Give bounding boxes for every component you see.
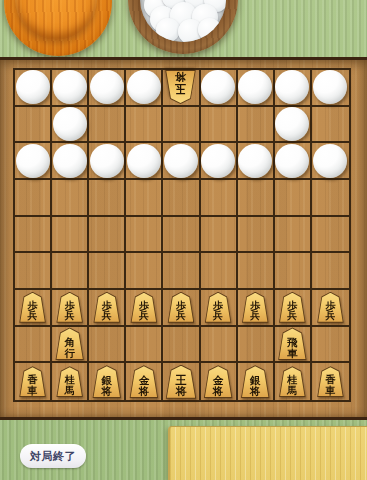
board-cell[interactable] bbox=[89, 180, 126, 217]
white-stone[interactable] bbox=[53, 144, 87, 178]
board-cell[interactable] bbox=[126, 70, 163, 107]
go-stone-icon bbox=[156, 18, 180, 42]
koma-gote-king[interactable]: 玉将 bbox=[165, 70, 196, 104]
koma-pawn[interactable]: 歩兵 bbox=[56, 292, 83, 323]
board-cell[interactable] bbox=[238, 143, 275, 180]
koma-gold-general[interactable]: 金将 bbox=[129, 365, 158, 398]
board-cell[interactable] bbox=[275, 253, 312, 290]
board-cell[interactable] bbox=[163, 327, 200, 364]
board-cell[interactable] bbox=[201, 143, 238, 180]
board-cell[interactable]: 香車 bbox=[15, 363, 52, 400]
go-stone-icon bbox=[198, 18, 221, 41]
board-cell[interactable]: 歩兵 bbox=[312, 290, 349, 327]
board-cell[interactable] bbox=[312, 217, 349, 254]
stone-bowl-contents bbox=[140, 0, 226, 42]
board-cell[interactable] bbox=[126, 253, 163, 290]
board-cell[interactable]: 歩兵 bbox=[201, 290, 238, 327]
white-stone[interactable] bbox=[164, 144, 198, 178]
board-cell[interactable] bbox=[15, 70, 52, 107]
koma-pawn[interactable]: 歩兵 bbox=[242, 292, 269, 323]
board-cell[interactable]: 玉将 bbox=[163, 70, 200, 107]
board-cell[interactable]: 歩兵 bbox=[15, 290, 52, 327]
board-cell[interactable] bbox=[126, 143, 163, 180]
board-cell[interactable] bbox=[126, 217, 163, 254]
board-cell[interactable] bbox=[15, 143, 52, 180]
koma-rook[interactable]: 飛車 bbox=[278, 327, 307, 360]
board-cell[interactable]: 金将 bbox=[126, 363, 163, 400]
board-cell[interactable] bbox=[52, 70, 89, 107]
board-cell[interactable]: 歩兵 bbox=[238, 290, 275, 327]
koma-pawn[interactable]: 歩兵 bbox=[19, 292, 46, 323]
board-cell[interactable] bbox=[89, 143, 126, 180]
board-cell[interactable] bbox=[238, 70, 275, 107]
board-cell[interactable] bbox=[238, 217, 275, 254]
white-stone[interactable] bbox=[313, 70, 347, 104]
koma-king[interactable]: 王将 bbox=[165, 365, 196, 399]
board-cell[interactable] bbox=[126, 327, 163, 364]
board-cell[interactable] bbox=[89, 70, 126, 107]
board-cell[interactable] bbox=[312, 253, 349, 290]
board-cell[interactable] bbox=[238, 327, 275, 364]
board-cell[interactable]: 歩兵 bbox=[126, 290, 163, 327]
board-cell[interactable] bbox=[275, 180, 312, 217]
koma-pawn[interactable]: 歩兵 bbox=[130, 292, 157, 323]
white-stone[interactable] bbox=[201, 144, 235, 178]
board-cell[interactable] bbox=[312, 70, 349, 107]
board-cell[interactable] bbox=[89, 217, 126, 254]
board-cell[interactable] bbox=[163, 143, 200, 180]
board-cell[interactable] bbox=[201, 253, 238, 290]
board-cell[interactable] bbox=[312, 180, 349, 217]
board-cell[interactable]: 歩兵 bbox=[163, 290, 200, 327]
board-cell[interactable]: 金将 bbox=[201, 363, 238, 400]
board-cell[interactable] bbox=[15, 217, 52, 254]
koma-knight[interactable]: 桂馬 bbox=[56, 366, 83, 397]
board-cell[interactable] bbox=[15, 253, 52, 290]
white-stone[interactable] bbox=[275, 107, 309, 141]
white-stone[interactable] bbox=[90, 70, 124, 104]
board-cell[interactable] bbox=[52, 253, 89, 290]
board-cell[interactable]: 王将 bbox=[163, 363, 200, 400]
white-stone[interactable] bbox=[16, 144, 50, 178]
white-stone[interactable] bbox=[90, 144, 124, 178]
board-cell[interactable]: 桂馬 bbox=[275, 363, 312, 400]
koma-silver-general[interactable]: 銀将 bbox=[92, 365, 121, 398]
koma-lance[interactable]: 香車 bbox=[19, 366, 46, 397]
koma-bishop[interactable]: 角行 bbox=[55, 327, 84, 360]
board-cell[interactable] bbox=[275, 70, 312, 107]
board-cell[interactable]: 角行 bbox=[52, 327, 89, 364]
board-cell[interactable]: 歩兵 bbox=[89, 290, 126, 327]
board-cell[interactable]: 銀将 bbox=[89, 363, 126, 400]
board-cell[interactable] bbox=[15, 107, 52, 144]
board-cell[interactable] bbox=[201, 70, 238, 107]
board-cell[interactable] bbox=[163, 217, 200, 254]
board-cell[interactable] bbox=[89, 253, 126, 290]
board-cell[interactable] bbox=[163, 180, 200, 217]
board-cell[interactable]: 桂馬 bbox=[52, 363, 89, 400]
board-cell[interactable] bbox=[52, 143, 89, 180]
board-cell[interactable] bbox=[275, 107, 312, 144]
white-stone[interactable] bbox=[313, 144, 347, 178]
white-stone[interactable] bbox=[53, 70, 87, 104]
koma-pawn[interactable]: 歩兵 bbox=[205, 292, 232, 323]
board-cell[interactable]: 香車 bbox=[312, 363, 349, 400]
board-cell[interactable] bbox=[52, 180, 89, 217]
stone-bowl-icon bbox=[128, 0, 238, 54]
koma-pawn[interactable]: 歩兵 bbox=[279, 292, 306, 323]
board-cell[interactable] bbox=[201, 217, 238, 254]
board-cell[interactable]: 飛車 bbox=[275, 327, 312, 364]
piece-bowl-lid-icon bbox=[4, 0, 112, 56]
board-cell[interactable] bbox=[201, 180, 238, 217]
koma-knight[interactable]: 桂馬 bbox=[279, 366, 306, 397]
board-cell[interactable] bbox=[89, 107, 126, 144]
board-cell[interactable] bbox=[238, 253, 275, 290]
board-cell[interactable]: 歩兵 bbox=[52, 290, 89, 327]
koma-pawn[interactable]: 歩兵 bbox=[167, 292, 194, 323]
board-cell[interactable] bbox=[126, 180, 163, 217]
board-cell[interactable] bbox=[275, 217, 312, 254]
white-stone[interactable] bbox=[275, 144, 309, 178]
white-stone[interactable] bbox=[16, 70, 50, 104]
koma-gold-general[interactable]: 金将 bbox=[204, 365, 233, 398]
end-game-button[interactable]: 対局終了 bbox=[20, 444, 86, 468]
board-cell[interactable] bbox=[126, 107, 163, 144]
board-cell[interactable] bbox=[312, 143, 349, 180]
board-cell[interactable] bbox=[52, 107, 89, 144]
koma-lance[interactable]: 香車 bbox=[317, 366, 344, 397]
koma-pawn[interactable]: 歩兵 bbox=[93, 292, 120, 323]
board-cell[interactable]: 銀将 bbox=[238, 363, 275, 400]
white-stone[interactable] bbox=[53, 107, 87, 141]
shogi-board: 玉将歩兵歩兵歩兵歩兵歩兵歩兵歩兵歩兵歩兵角行飛車香車桂馬銀将金将王将金将銀将桂馬… bbox=[0, 57, 367, 420]
board-cell[interactable] bbox=[163, 253, 200, 290]
board-cell[interactable] bbox=[238, 180, 275, 217]
shogi-grid: 玉将歩兵歩兵歩兵歩兵歩兵歩兵歩兵歩兵歩兵角行飛車香車桂馬銀将金将王将金将銀将桂馬… bbox=[13, 68, 351, 402]
koma-pawn[interactable]: 歩兵 bbox=[317, 292, 344, 323]
white-stone[interactable] bbox=[238, 144, 272, 178]
board-cell[interactable] bbox=[201, 327, 238, 364]
board-cell[interactable] bbox=[201, 107, 238, 144]
white-stone[interactable] bbox=[201, 70, 235, 104]
board-cell[interactable] bbox=[163, 107, 200, 144]
koma-silver-general[interactable]: 銀将 bbox=[241, 365, 270, 398]
white-stone[interactable] bbox=[127, 70, 161, 104]
board-cell[interactable] bbox=[312, 107, 349, 144]
shogi-app-screen: 玉将歩兵歩兵歩兵歩兵歩兵歩兵歩兵歩兵歩兵角行飛車香車桂馬銀将金将王将金将銀将桂馬… bbox=[0, 0, 367, 480]
white-stone[interactable] bbox=[275, 70, 309, 104]
board-cell[interactable] bbox=[52, 217, 89, 254]
board-cell[interactable] bbox=[312, 327, 349, 364]
captured-pieces-tray[interactable] bbox=[168, 426, 367, 480]
board-cell[interactable]: 歩兵 bbox=[275, 290, 312, 327]
board-cell[interactable] bbox=[238, 107, 275, 144]
board-cell[interactable] bbox=[15, 180, 52, 217]
board-cell[interactable] bbox=[89, 327, 126, 364]
white-stone[interactable] bbox=[127, 144, 161, 178]
white-stone[interactable] bbox=[238, 70, 272, 104]
board-cell[interactable] bbox=[275, 143, 312, 180]
board-cell[interactable] bbox=[15, 327, 52, 364]
